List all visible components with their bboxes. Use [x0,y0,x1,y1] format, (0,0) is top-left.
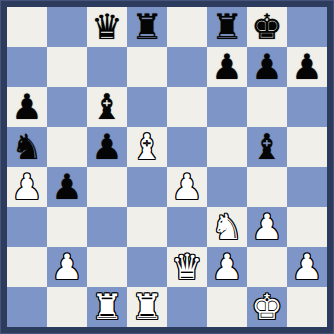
square-b7[interactable] [47,47,87,87]
square-d4[interactable] [127,167,167,207]
square-e5[interactable] [167,127,207,167]
black-king-g8[interactable]: ♚ [247,7,287,47]
square-c8[interactable]: ♛ [87,7,127,47]
square-h4[interactable] [287,167,327,207]
black-pawn-f7[interactable]: ♟ [207,47,247,87]
square-g6[interactable] [247,87,287,127]
black-rook-d8[interactable]: ♜ [127,7,167,47]
square-e8[interactable] [167,7,207,47]
square-g1[interactable]: ♚ [247,287,287,327]
square-c3[interactable] [87,207,127,247]
square-a8[interactable] [7,7,47,47]
square-c4[interactable] [87,167,127,207]
white-pawn-f2[interactable]: ♟ [207,247,247,287]
square-h2[interactable]: ♟ [287,247,327,287]
square-h6[interactable] [287,87,327,127]
square-h5[interactable] [287,127,327,167]
square-b1[interactable] [47,287,87,327]
square-c6[interactable]: ♝ [87,87,127,127]
square-d7[interactable] [127,47,167,87]
white-pawn-e4[interactable]: ♟ [167,167,207,207]
square-e3[interactable] [167,207,207,247]
square-c7[interactable] [87,47,127,87]
square-b4[interactable]: ♟ [47,167,87,207]
square-a2[interactable] [7,247,47,287]
square-g4[interactable] [247,167,287,207]
square-a4[interactable]: ♟ [7,167,47,207]
white-pawn-g3[interactable]: ♟ [247,207,287,247]
square-e2[interactable]: ♛ [167,247,207,287]
black-bishop-g5[interactable]: ♝ [247,127,287,167]
square-e7[interactable] [167,47,207,87]
square-d2[interactable] [127,247,167,287]
chess-board: ♛♜♜♚♟♟♟♟♝♞♟♝♝♟♟♟♞♟♟♛♟♟♜♜♚ [7,7,327,327]
square-f3[interactable]: ♞ [207,207,247,247]
square-g5[interactable]: ♝ [247,127,287,167]
square-a5[interactable]: ♞ [7,127,47,167]
white-bishop-d5[interactable]: ♝ [127,127,167,167]
white-king-g1[interactable]: ♚ [247,287,287,327]
square-g3[interactable]: ♟ [247,207,287,247]
black-pawn-g7[interactable]: ♟ [247,47,287,87]
square-f7[interactable]: ♟ [207,47,247,87]
square-d3[interactable] [127,207,167,247]
square-g2[interactable] [247,247,287,287]
white-rook-c1[interactable]: ♜ [87,287,127,327]
square-h8[interactable] [287,7,327,47]
square-h7[interactable]: ♟ [287,47,327,87]
square-b5[interactable] [47,127,87,167]
square-f5[interactable] [207,127,247,167]
black-rook-f8[interactable]: ♜ [207,7,247,47]
white-pawn-h2[interactable]: ♟ [287,247,327,287]
black-pawn-c5[interactable]: ♟ [87,127,127,167]
white-pawn-b2[interactable]: ♟ [47,247,87,287]
square-b8[interactable] [47,7,87,47]
square-e6[interactable] [167,87,207,127]
black-pawn-b4[interactable]: ♟ [47,167,87,207]
square-a6[interactable]: ♟ [7,87,47,127]
square-h1[interactable] [287,287,327,327]
white-rook-d1[interactable]: ♜ [127,287,167,327]
square-f2[interactable]: ♟ [207,247,247,287]
square-g8[interactable]: ♚ [247,7,287,47]
square-g7[interactable]: ♟ [247,47,287,87]
black-knight-a5[interactable]: ♞ [7,127,47,167]
square-f8[interactable]: ♜ [207,7,247,47]
square-f1[interactable] [207,287,247,327]
square-e4[interactable]: ♟ [167,167,207,207]
square-d1[interactable]: ♜ [127,287,167,327]
white-queen-e2[interactable]: ♛ [167,247,207,287]
black-pawn-h7[interactable]: ♟ [287,47,327,87]
square-a1[interactable] [7,287,47,327]
square-c5[interactable]: ♟ [87,127,127,167]
black-queen-c8[interactable]: ♛ [87,7,127,47]
white-pawn-a4[interactable]: ♟ [7,167,47,207]
square-b6[interactable] [47,87,87,127]
square-f4[interactable] [207,167,247,207]
black-bishop-c6[interactable]: ♝ [87,87,127,127]
square-b2[interactable]: ♟ [47,247,87,287]
square-c1[interactable]: ♜ [87,287,127,327]
square-d6[interactable] [127,87,167,127]
square-f6[interactable] [207,87,247,127]
square-a7[interactable] [7,47,47,87]
square-a3[interactable] [7,207,47,247]
white-knight-f3[interactable]: ♞ [207,207,247,247]
board-frame: ♛♜♜♚♟♟♟♟♝♞♟♝♝♟♟♟♞♟♟♛♟♟♜♜♚ [0,0,334,334]
square-d5[interactable]: ♝ [127,127,167,167]
square-d8[interactable]: ♜ [127,7,167,47]
black-pawn-a6[interactable]: ♟ [7,87,47,127]
square-e1[interactable] [167,287,207,327]
square-c2[interactable] [87,247,127,287]
square-h3[interactable] [287,207,327,247]
square-b3[interactable] [47,207,87,247]
